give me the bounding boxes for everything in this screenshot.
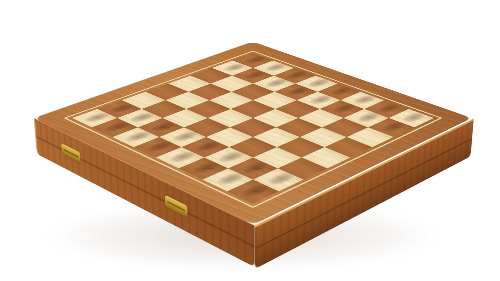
chess-set: ♜♞♝♚♛♝♞♜♟♟♟♟♟♟♟♟♟♟♟♟♟♟♟♟♜♞♝♛♚♝♞♜ xyxy=(34,42,472,225)
product-photo-stage: ♜♞♝♚♛♝♞♜♟♟♟♟♟♟♟♟♟♟♟♟♟♟♟♟♜♞♝♛♚♝♞♜ xyxy=(0,0,500,281)
pawn-glyph: ♟ xyxy=(377,88,405,133)
square-h4[interactable] xyxy=(325,137,373,157)
square-h5[interactable] xyxy=(302,147,351,168)
brass-latch xyxy=(61,143,81,164)
pawn-glyph: ♟ xyxy=(352,79,380,123)
brass-latch xyxy=(165,195,188,218)
rook-glyph: ♜ xyxy=(234,139,271,198)
square-g4[interactable] xyxy=(300,127,347,147)
